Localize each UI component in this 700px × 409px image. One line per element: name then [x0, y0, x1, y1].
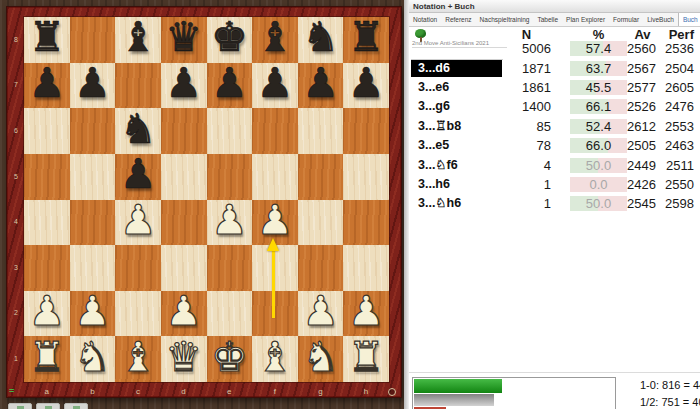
piece-white-pawn[interactable]: ♟ — [74, 291, 111, 332]
square-a8[interactable]: ♜ — [24, 17, 70, 63]
score-percent: 45.5 — [570, 80, 627, 95]
square-b7[interactable]: ♟ — [70, 63, 116, 109]
pane-title: Notation + Buch — [409, 0, 700, 13]
square-h7[interactable]: ♟ — [343, 63, 389, 109]
piece-white-knight[interactable]: ♞ — [302, 337, 339, 378]
score-percent: 0.0 — [570, 177, 627, 192]
games-count: 1400 — [502, 99, 551, 114]
last-move-arrow-head — [267, 238, 279, 251]
results-stats: 1-0: 816 = 44%1/2: 751 = 40% — [640, 377, 700, 409]
square-a6[interactable] — [24, 108, 70, 154]
score-percent: 50.0 — [570, 196, 627, 211]
square-d1[interactable]: ♛ — [161, 336, 207, 382]
piece-white-queen[interactable]: ♛ — [165, 337, 202, 378]
file-label-d: d — [178, 387, 190, 396]
book-move-row[interactable]: 3...g6140066.125262476 — [409, 97, 700, 116]
square-f1[interactable]: ♝ — [252, 336, 298, 382]
score-percent: 66.0 — [570, 138, 627, 153]
move-label[interactable]: 3...♖b8 — [411, 118, 502, 135]
average-elo: 2612 — [627, 119, 658, 134]
square-h6[interactable] — [343, 108, 389, 154]
tab-livebuch[interactable]: LiveBuch — [643, 13, 678, 26]
move-label[interactable]: 3...♘f6 — [411, 157, 502, 174]
tab-bar: NotationReferenzNachspieltrainingTabelle… — [409, 13, 700, 27]
file-label-c: c — [132, 387, 144, 396]
score-percent: 63.7 — [570, 61, 627, 76]
results-bar-1-0 — [414, 379, 502, 393]
tab-tabelle[interactable]: Tabelle — [533, 13, 562, 26]
performance-elo: 2598 — [658, 196, 697, 211]
rank-label-7: 7 — [11, 81, 21, 88]
games-count: 4 — [502, 158, 551, 173]
piece-white-pawn[interactable]: ♟ — [348, 291, 385, 332]
result-stat-line: 1/2: 751 = 40% — [640, 394, 700, 409]
piece-black-pawn[interactable]: ♟ — [120, 154, 157, 195]
square-d7[interactable]: ♟ — [161, 63, 207, 109]
score-percent: 52.4 — [570, 119, 627, 134]
piece-white-rook[interactable]: ♜ — [28, 337, 65, 378]
square-d3[interactable] — [161, 245, 207, 291]
square-g8[interactable]: ♞ — [298, 17, 344, 63]
average-elo: 2577 — [627, 80, 658, 95]
piece-black-bishop[interactable]: ♝ — [120, 17, 157, 58]
piece-black-knight[interactable]: ♞ — [120, 109, 157, 150]
games-count: 85 — [502, 119, 551, 134]
file-label-e: e — [223, 387, 235, 396]
board-toolbar-button-3[interactable] — [64, 403, 88, 409]
square-e3[interactable] — [207, 245, 253, 291]
board-toolbar-button-2[interactable] — [36, 403, 60, 409]
rank-label-8: 8 — [11, 36, 21, 43]
piece-white-bishop[interactable]: ♝ — [257, 337, 294, 378]
square-h1[interactable]: ♜ — [343, 336, 389, 382]
book-content: 2nd Move Anti-Sicilians 2021 N%AvPerf 50… — [409, 28, 700, 409]
square-g1[interactable]: ♞ — [298, 336, 344, 382]
square-g4[interactable] — [298, 200, 344, 246]
piece-black-pawn[interactable]: ♟ — [74, 63, 111, 104]
average-elo: 2449 — [627, 158, 658, 173]
piece-black-pawn[interactable]: ♟ — [211, 63, 248, 104]
piece-black-queen[interactable]: ♛ — [165, 17, 202, 58]
square-g3[interactable] — [298, 245, 344, 291]
move-label[interactable]: 3...e5 — [411, 137, 502, 154]
square-e5[interactable] — [207, 154, 253, 200]
board-toolbar-button-1[interactable] — [8, 403, 32, 409]
square-d2[interactable]: ♟ — [161, 291, 207, 337]
move-label[interactable]: 3...g6 — [411, 98, 502, 115]
book-move-row[interactable]: 3...♘f6450.024492511 — [409, 155, 700, 174]
square-a2[interactable]: ♟ — [24, 291, 70, 337]
square-c4[interactable]: ♟ — [115, 200, 161, 246]
square-c1[interactable]: ♝ — [115, 336, 161, 382]
file-label-h: h — [360, 387, 372, 396]
square-g7[interactable]: ♟ — [298, 63, 344, 109]
piece-white-king[interactable]: ♚ — [211, 337, 248, 378]
score-percent: 50.0 — [570, 158, 627, 173]
square-b3[interactable] — [70, 245, 116, 291]
summary-move-cell — [411, 40, 502, 57]
piece-black-pawn[interactable]: ♟ — [348, 63, 385, 104]
performance-elo: 2553 — [658, 119, 697, 134]
square-b6[interactable] — [70, 108, 116, 154]
book-move-row[interactable]: 3...♘h6150.025452598 — [409, 194, 700, 213]
square-d5[interactable] — [161, 154, 207, 200]
square-g5[interactable] — [298, 154, 344, 200]
piece-black-rook[interactable]: ♜ — [348, 17, 385, 58]
board-options-icon[interactable] — [388, 388, 396, 396]
square-g2[interactable]: ♟ — [298, 291, 344, 337]
file-label-f: f — [269, 387, 281, 396]
score-percent: 66.1 — [570, 99, 627, 114]
tab-nachspieltraining[interactable]: Nachspieltraining — [476, 13, 534, 26]
piece-white-pawn[interactable]: ♟ — [28, 291, 65, 332]
games-count: 78 — [502, 138, 551, 153]
chess-board: ♜♝♛♚♝♞♜♟♟♟♟♟♟♟♞♟♟♟♟♟♟♟♟♟♜♞♝♛♚♝♞♜ — [24, 17, 389, 382]
move-label[interactable]: 3...♘h6 — [411, 195, 502, 212]
square-e1[interactable]: ♚ — [207, 336, 253, 382]
square-b1[interactable]: ♞ — [70, 336, 116, 382]
file-label-g: g — [314, 387, 326, 396]
average-elo: 2560 — [627, 41, 658, 56]
evaluation-symbol: = — [9, 386, 14, 396]
piece-white-pawn[interactable]: ♟ — [302, 291, 339, 332]
square-a3[interactable] — [24, 245, 70, 291]
book-move-row[interactable]: 3...h610.024262550 — [409, 175, 700, 194]
square-d8[interactable]: ♛ — [161, 17, 207, 63]
square-a5[interactable] — [24, 154, 70, 200]
games-count: 1 — [502, 196, 551, 211]
results-bar-1-2 — [414, 394, 494, 406]
book-move-row[interactable]: 3...e6186145.525772605 — [409, 78, 700, 97]
result-stat-line: 1-0: 816 = 44% — [640, 377, 700, 394]
chessbase-window: ♜♝♛♚♝♞♜♟♟♟♟♟♟♟♞♟♟♟♟♟♟♟♟♟♜♞♝♛♚♝♞♜ 8765432… — [0, 0, 700, 409]
square-b8[interactable] — [70, 17, 116, 63]
square-b4[interactable] — [70, 200, 116, 246]
square-d4[interactable] — [161, 200, 207, 246]
book-move-row[interactable]: 3...♖b88552.426122553 — [409, 117, 700, 136]
results-bar-chart — [412, 377, 616, 409]
piece-black-pawn[interactable]: ♟ — [28, 63, 65, 104]
performance-elo: 2536 — [658, 41, 697, 56]
piece-black-pawn[interactable]: ♟ — [302, 63, 339, 104]
notation-panel: Notation + Buch NotationReferenzNachspie… — [409, 0, 700, 409]
average-elo: 2526 — [627, 99, 658, 114]
tab-formular[interactable]: Formular — [609, 13, 643, 26]
square-c5[interactable]: ♟ — [115, 154, 161, 200]
square-c3[interactable] — [115, 245, 161, 291]
tab-plan-explorer[interactable]: Plan Explorer — [562, 13, 609, 26]
rank-label-5: 5 — [11, 173, 21, 180]
tab-buch[interactable]: Buch — [678, 13, 700, 26]
square-h8[interactable]: ♜ — [343, 17, 389, 63]
piece-white-pawn[interactable]: ♟ — [165, 291, 202, 332]
average-elo: 2545 — [627, 196, 658, 211]
games-count: 1871 — [502, 61, 551, 76]
square-h5[interactable] — [343, 154, 389, 200]
rank-label-1: 1 — [11, 355, 21, 362]
piece-white-rook[interactable]: ♜ — [348, 337, 385, 378]
board-panel: ♜♝♛♚♝♞♜♟♟♟♟♟♟♟♞♟♟♟♟♟♟♟♟♟♜♞♝♛♚♝♞♜ 8765432… — [0, 0, 404, 409]
square-a4[interactable] — [24, 200, 70, 246]
square-f5[interactable] — [252, 154, 298, 200]
piece-black-rook[interactable]: ♜ — [28, 17, 65, 58]
square-f6[interactable] — [252, 108, 298, 154]
piece-black-knight[interactable]: ♞ — [302, 17, 339, 58]
rank-label-6: 6 — [11, 127, 21, 134]
square-h4[interactable] — [343, 200, 389, 246]
rank-label-2: 2 — [11, 309, 21, 316]
square-c6[interactable]: ♞ — [115, 108, 161, 154]
chess-board-frame: ♜♝♛♚♝♞♜♟♟♟♟♟♟♟♞♟♟♟♟♟♟♟♟♟♜♞♝♛♚♝♞♜ 8765432… — [6, 6, 402, 398]
square-a1[interactable]: ♜ — [24, 336, 70, 382]
square-b5[interactable] — [70, 154, 116, 200]
square-b2[interactable]: ♟ — [70, 291, 116, 337]
file-label-a: a — [41, 387, 53, 396]
file-label-b: b — [86, 387, 98, 396]
square-e4[interactable]: ♟ — [207, 200, 253, 246]
move-label[interactable]: 3...d6 — [411, 60, 502, 77]
rank-label-3: 3 — [11, 264, 21, 271]
square-a7[interactable]: ♟ — [24, 63, 70, 109]
performance-elo: 2476 — [658, 99, 697, 114]
piece-black-pawn[interactable]: ♟ — [257, 63, 294, 104]
square-e7[interactable]: ♟ — [207, 63, 253, 109]
performance-elo: 2550 — [658, 177, 697, 192]
book-move-row[interactable]: 3...e57866.025052463 — [409, 136, 700, 155]
piece-white-pawn[interactable]: ♟ — [211, 200, 248, 241]
performance-elo: 2504 — [658, 61, 697, 76]
square-e6[interactable] — [207, 108, 253, 154]
square-h3[interactable] — [343, 245, 389, 291]
square-d6[interactable] — [161, 108, 207, 154]
square-c8[interactable]: ♝ — [115, 17, 161, 63]
book-move-table: 500657.4256025363...d6187163.7256725043.… — [409, 39, 700, 214]
games-count: 5006 — [502, 41, 551, 56]
average-elo: 2567 — [627, 61, 658, 76]
piece-black-bishop[interactable]: ♝ — [257, 17, 294, 58]
square-f7[interactable]: ♟ — [252, 63, 298, 109]
last-move-arrow — [272, 251, 275, 318]
square-c2[interactable] — [115, 291, 161, 337]
book-summary-row[interactable]: 500657.425602536 — [409, 39, 700, 58]
footer-divider — [409, 372, 700, 373]
move-label[interactable]: 3...h6 — [411, 176, 502, 193]
games-count: 1861 — [502, 80, 551, 95]
square-f8[interactable]: ♝ — [252, 17, 298, 63]
score-percent: 57.4 — [570, 41, 627, 56]
rank-label-4: 4 — [11, 218, 21, 225]
square-h2[interactable]: ♟ — [343, 291, 389, 337]
piece-white-bishop[interactable]: ♝ — [120, 337, 157, 378]
tab-notation[interactable]: Notation — [409, 13, 441, 26]
average-elo: 2505 — [627, 138, 658, 153]
piece-white-knight[interactable]: ♞ — [74, 337, 111, 378]
piece-white-pawn[interactable]: ♟ — [257, 200, 294, 241]
square-c7[interactable] — [115, 63, 161, 109]
piece-white-pawn[interactable]: ♟ — [120, 200, 157, 241]
square-e8[interactable]: ♚ — [207, 17, 253, 63]
move-label[interactable]: 3...e6 — [411, 79, 502, 96]
square-e2[interactable] — [207, 291, 253, 337]
games-count: 1 — [502, 177, 551, 192]
performance-elo: 2463 — [658, 138, 697, 153]
performance-elo: 2605 — [658, 80, 697, 95]
square-g6[interactable] — [298, 108, 344, 154]
average-elo: 2426 — [627, 177, 658, 192]
piece-black-king[interactable]: ♚ — [211, 17, 248, 58]
book-move-row[interactable]: 3...d6187163.725672504 — [409, 58, 700, 77]
piece-black-pawn[interactable]: ♟ — [165, 63, 202, 104]
tab-referenz[interactable]: Referenz — [441, 13, 475, 26]
performance-elo: 2511 — [658, 158, 697, 173]
